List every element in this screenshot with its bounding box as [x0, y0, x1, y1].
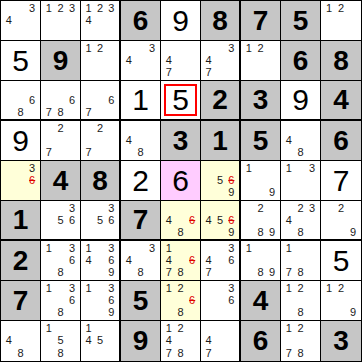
candidate-3: 3: [66, 242, 78, 254]
candidate-5: 5: [214, 214, 225, 226]
cell-r5c9[interactable]: 7: [321, 161, 361, 201]
candidate-6: 6: [106, 94, 117, 106]
given-digit: 3: [321, 321, 361, 361]
candidate-7: 7: [203, 267, 214, 279]
eliminated-candidate-6: 6: [186, 214, 198, 226]
cell-r3c1[interactable]: 68: [1, 81, 41, 121]
cell-r7c6[interactable]: 3467: [201, 241, 241, 281]
candidate-5: 5: [214, 174, 225, 186]
candidate-3: 3: [106, 202, 117, 214]
cell-r4c2[interactable]: 27: [41, 121, 81, 161]
pencil-marks: 48: [1, 321, 40, 361]
cell-r7c8[interactable]: 178: [281, 241, 321, 281]
candidate-1: 1: [83, 2, 94, 14]
cell-r5c1[interactable]: 36: [1, 161, 41, 201]
solved-digit: 9: [1, 121, 40, 160]
candidate-1: 1: [43, 2, 55, 14]
cell-r3c4[interactable]: 1: [121, 81, 161, 121]
candidate-3: 3: [106, 282, 117, 294]
pencil-marks: 3467: [201, 241, 239, 280]
candidate-4: 4: [203, 214, 214, 226]
candidate-1: 1: [43, 242, 55, 254]
pencil-marks: 12: [321, 1, 361, 40]
cell-r7c7[interactable]: 189: [241, 241, 281, 281]
pencil-marks: 47: [161, 41, 200, 80]
candidate-1: 1: [163, 242, 175, 254]
pencil-marks: 36: [1, 161, 40, 200]
pencil-marks: 48: [121, 121, 160, 160]
pencil-marks: 123: [41, 1, 80, 40]
candidate-8: 8: [55, 347, 67, 360]
candidate-8: 8: [295, 347, 307, 360]
candidate-2: 2: [94, 2, 105, 14]
cell-r1c4[interactable]: 6: [121, 1, 161, 41]
cell-r8c6[interactable]: 36: [201, 281, 241, 321]
cell-r3c3[interactable]: 67: [81, 81, 121, 121]
cell-r2c3[interactable]: 12: [81, 41, 121, 81]
cell-r6c3[interactable]: 356: [81, 201, 121, 241]
pencil-marks: 27: [81, 121, 119, 160]
cell-r5c4[interactable]: 2: [121, 161, 161, 201]
given-digit: 8: [321, 41, 361, 80]
candidate-5: 5: [55, 214, 67, 226]
cell-r6c1[interactable]: 1: [1, 201, 41, 241]
pencil-marks: 678: [41, 81, 80, 119]
candidate-1: 1: [243, 162, 255, 174]
cell-r3c2[interactable]: 678: [41, 81, 81, 121]
pencil-marks: 348: [121, 241, 160, 280]
candidate-7: 7: [163, 267, 175, 279]
cell-r9c1[interactable]: 48: [1, 321, 41, 361]
candidate-1: 1: [243, 42, 255, 54]
pencil-marks: 34: [1, 1, 40, 40]
candidate-1: 1: [283, 242, 295, 254]
cell-r2c7[interactable]: 12: [241, 41, 281, 81]
cell-r9c3[interactable]: 145: [81, 321, 121, 361]
candidate-8: 8: [175, 267, 187, 279]
solved-digit: 2: [121, 161, 160, 200]
candidate-7: 7: [83, 147, 94, 159]
given-digit: 5: [121, 281, 160, 320]
pencil-marks: 13: [281, 161, 320, 200]
solved-digit: 9: [281, 81, 320, 119]
candidate-7: 7: [43, 106, 55, 118]
candidate-6: 6: [66, 214, 78, 226]
candidate-6: 6: [26, 94, 38, 106]
pencil-marks: 145: [81, 321, 119, 361]
solved-digit: 5: [161, 81, 200, 119]
pencil-marks: 14678: [161, 241, 200, 280]
cell-r7c2[interactable]: 1368: [41, 241, 81, 281]
candidate-9: 9: [266, 187, 278, 199]
cell-r8c8[interactable]: 128: [281, 281, 321, 321]
cell-r2c2[interactable]: 9: [41, 41, 81, 81]
candidate-7: 7: [203, 347, 214, 360]
pencil-marks: 12: [241, 41, 280, 80]
candidate-4: 4: [163, 254, 175, 266]
candidate-8: 8: [55, 106, 67, 118]
candidate-4: 4: [83, 254, 94, 266]
given-digit: 8: [201, 1, 239, 40]
candidate-4: 4: [163, 335, 175, 348]
candidate-6: 6: [66, 254, 78, 266]
cell-r5c3[interactable]: 8: [81, 161, 121, 201]
cell-r3c5[interactable]: 5: [161, 81, 201, 121]
pencil-marks: 68: [1, 81, 40, 119]
pencil-marks: 569: [201, 161, 239, 200]
cell-r5c6[interactable]: 569: [201, 161, 241, 201]
candidate-2: 2: [335, 282, 347, 294]
given-digit: 2: [1, 241, 40, 280]
candidate-2: 2: [295, 202, 307, 214]
cell-r2c6[interactable]: 347: [201, 41, 241, 81]
cell-r5c7[interactable]: 19: [241, 161, 281, 201]
candidate-1: 1: [283, 282, 295, 294]
cell-r5c5[interactable]: 6: [161, 161, 201, 201]
candidate-4: 4: [123, 54, 135, 66]
given-digit: 8: [81, 161, 119, 200]
eliminated-candidate-6: 6: [226, 174, 237, 186]
given-digit: 1: [201, 121, 239, 160]
cell-r4c8[interactable]: 48: [281, 121, 321, 161]
pencil-marks: 34: [121, 41, 160, 80]
candidate-6: 6: [226, 254, 237, 266]
candidate-5: 5: [94, 335, 105, 348]
pencil-marks: 158: [41, 321, 80, 361]
cell-r9c9[interactable]: 3: [321, 321, 361, 361]
cell-r1c5[interactable]: 9: [161, 1, 201, 41]
cell-r5c8[interactable]: 13: [281, 161, 321, 201]
cell-r5c2[interactable]: 4: [41, 161, 81, 201]
cell-r8c3[interactable]: 1369: [81, 281, 121, 321]
pencil-marks: 67: [81, 81, 119, 119]
candidate-6: 6: [106, 254, 117, 266]
candidate-8: 8: [295, 226, 307, 238]
cell-r6c8[interactable]: 2348: [281, 201, 321, 241]
candidate-1: 1: [83, 42, 94, 54]
cell-r7c5[interactable]: 14678: [161, 241, 201, 281]
candidate-3: 3: [226, 42, 237, 54]
solved-digit: 1: [121, 81, 160, 119]
cell-r7c4[interactable]: 348: [121, 241, 161, 281]
candidate-2: 2: [55, 122, 67, 134]
candidate-3: 3: [226, 282, 237, 294]
cell-r8c4[interactable]: 5: [121, 281, 161, 321]
candidate-1: 1: [83, 322, 94, 335]
cell-r4c7[interactable]: 5: [241, 121, 281, 161]
candidate-3: 3: [66, 202, 78, 214]
cell-r2c8[interactable]: 6: [281, 41, 321, 81]
cell-r2c9[interactable]: 8: [321, 41, 361, 81]
pencil-marks: 12478: [161, 321, 200, 361]
candidate-3: 3: [66, 2, 78, 14]
candidate-1: 1: [163, 282, 175, 294]
cell-r8c9[interactable]: 129: [321, 281, 361, 321]
candidate-8: 8: [15, 106, 27, 118]
candidate-7: 7: [203, 67, 214, 79]
candidate-9: 9: [226, 226, 237, 238]
given-digit: 7: [1, 281, 40, 320]
candidate-9: 9: [106, 307, 117, 319]
candidate-2: 2: [175, 322, 187, 335]
given-digit: 4: [41, 161, 80, 200]
candidate-3: 3: [106, 2, 117, 14]
pencil-marks: 1268: [161, 281, 200, 320]
candidate-7: 7: [163, 347, 175, 360]
cell-r7c3[interactable]: 13469: [81, 241, 121, 281]
given-digit: 3: [241, 81, 280, 119]
candidate-1: 1: [83, 242, 94, 254]
candidate-8: 8: [295, 267, 307, 279]
cell-r1c3[interactable]: 1234: [81, 1, 121, 41]
candidate-4: 4: [163, 214, 175, 226]
candidate-5: 5: [55, 335, 67, 348]
candidate-6: 6: [66, 94, 78, 106]
candidate-2: 2: [335, 2, 347, 14]
candidate-8: 8: [15, 347, 27, 360]
candidate-8: 8: [255, 226, 267, 238]
eliminated-candidate-6: 6: [26, 174, 38, 186]
given-digit: 7: [241, 1, 280, 40]
candidate-7: 7: [163, 67, 175, 79]
candidate-7: 7: [283, 347, 295, 360]
cell-r3c7[interactable]: 3: [241, 81, 281, 121]
cell-r3c8[interactable]: 9: [281, 81, 321, 121]
cell-r4c9[interactable]: 6: [321, 121, 361, 161]
pencil-marks: 129: [321, 281, 361, 320]
pencil-marks: 19: [241, 161, 280, 200]
candidate-8: 8: [295, 147, 307, 159]
candidate-4: 4: [123, 254, 135, 266]
candidate-2: 2: [175, 282, 187, 294]
cell-r6c6[interactable]: 4569: [201, 201, 241, 241]
candidate-3: 3: [306, 162, 318, 174]
pencil-marks: 12: [81, 41, 119, 80]
candidate-9: 9: [106, 267, 117, 279]
given-digit: 3: [161, 121, 200, 160]
pencil-marks: 27: [41, 121, 80, 160]
candidate-8: 8: [55, 267, 67, 279]
candidate-5: 5: [94, 214, 105, 226]
candidate-1: 1: [83, 282, 94, 294]
cell-r3c6[interactable]: 2: [201, 81, 241, 121]
candidate-4: 4: [163, 54, 175, 66]
candidate-6: 6: [106, 294, 117, 306]
candidate-4: 4: [283, 134, 295, 146]
cell-r4c6[interactable]: 1: [201, 121, 241, 161]
cell-r9c5[interactable]: 12478: [161, 321, 201, 361]
sudoku-board: 3412312346987512591234473471268686786715…: [0, 0, 362, 362]
cell-r8c7[interactable]: 4: [241, 281, 281, 321]
candidate-1: 1: [283, 322, 295, 335]
candidate-9: 9: [347, 226, 359, 238]
cell-r9c8[interactable]: 1278: [281, 321, 321, 361]
candidate-1: 1: [243, 242, 255, 254]
cell-r1c1[interactable]: 34: [1, 1, 41, 41]
candidate-6: 6: [106, 214, 117, 226]
pencil-marks: 178: [281, 241, 320, 280]
pencil-marks: 128: [281, 281, 320, 320]
candidate-9: 9: [266, 226, 278, 238]
candidate-3: 3: [66, 282, 78, 294]
given-digit: 6: [281, 41, 320, 80]
cell-r8c2[interactable]: 1368: [41, 281, 81, 321]
pencil-marks: 4569: [201, 201, 239, 239]
candidate-8: 8: [135, 147, 147, 159]
candidate-4: 4: [203, 335, 214, 348]
candidate-3: 3: [26, 2, 38, 14]
given-digit: 6: [241, 321, 280, 361]
pencil-marks: 356: [81, 201, 119, 239]
candidate-4: 4: [203, 54, 214, 66]
pencil-marks: 1368: [41, 281, 80, 320]
given-digit: 2: [201, 81, 239, 119]
cell-r9c7[interactable]: 6: [241, 321, 281, 361]
candidate-1: 1: [43, 322, 55, 335]
cell-r9c4[interactable]: 9: [121, 321, 161, 361]
pencil-marks: 2348: [281, 201, 320, 239]
candidate-8: 8: [175, 347, 187, 360]
solved-digit: 5: [321, 241, 361, 280]
candidate-9: 9: [226, 187, 237, 199]
candidate-3: 3: [306, 202, 318, 214]
cell-r9c2[interactable]: 158: [41, 321, 81, 361]
given-digit: 5: [281, 1, 320, 40]
pencil-marks: 29: [321, 201, 361, 239]
candidate-3: 3: [146, 42, 158, 54]
candidate-2: 2: [94, 122, 105, 134]
candidate-4: 4: [3, 14, 15, 26]
candidate-2: 2: [94, 42, 105, 54]
candidate-1: 1: [323, 2, 335, 14]
eliminated-candidate-6: 6: [226, 214, 237, 226]
cell-r4c1[interactable]: 9: [1, 121, 41, 161]
cell-r2c5[interactable]: 47: [161, 41, 201, 81]
cell-r2c4[interactable]: 34: [121, 41, 161, 81]
candidate-1: 1: [43, 282, 55, 294]
solved-digit: 7: [321, 161, 361, 200]
cell-r1c6[interactable]: 8: [201, 1, 241, 41]
cell-r6c5[interactable]: 468: [161, 201, 201, 241]
candidate-1: 1: [163, 322, 175, 335]
candidate-4: 4: [203, 254, 214, 266]
candidate-1: 1: [323, 282, 335, 294]
candidate-8: 8: [295, 307, 307, 319]
cell-r6c9[interactable]: 29: [321, 201, 361, 241]
candidate-7: 7: [43, 147, 55, 159]
solved-digit: 5: [1, 41, 40, 80]
candidate-4: 4: [283, 214, 295, 226]
candidate-9: 9: [266, 267, 278, 279]
pencil-marks: 13469: [81, 241, 119, 280]
given-digit: 9: [121, 321, 160, 361]
candidate-4: 4: [83, 335, 94, 348]
cell-r8c5[interactable]: 1268: [161, 281, 201, 321]
cell-r2c1[interactable]: 5: [1, 41, 41, 81]
eliminated-candidate-6: 6: [186, 254, 198, 266]
candidate-7: 7: [83, 106, 94, 118]
pencil-marks: 1369: [81, 281, 119, 320]
candidate-2: 2: [295, 282, 307, 294]
cell-r7c1[interactable]: 2: [1, 241, 41, 281]
candidate-4: 4: [83, 14, 94, 26]
pencil-marks: 356: [41, 201, 80, 239]
candidate-6: 6: [66, 294, 78, 306]
eliminated-candidate-6: 6: [186, 294, 198, 306]
candidate-3: 3: [226, 242, 237, 254]
candidate-7: 7: [283, 267, 295, 279]
candidate-8: 8: [175, 307, 187, 319]
cell-r4c5[interactable]: 3: [161, 121, 201, 161]
candidate-8: 8: [255, 267, 267, 279]
cell-r1c2[interactable]: 123: [41, 1, 81, 41]
cell-r1c9[interactable]: 12: [321, 1, 361, 41]
solved-digit: 6: [161, 161, 200, 200]
candidate-9: 9: [347, 307, 359, 319]
candidate-8: 8: [135, 267, 147, 279]
candidate-6: 6: [226, 294, 237, 306]
given-digit: 4: [321, 81, 361, 119]
candidate-2: 2: [55, 2, 67, 14]
pencil-marks: 189: [241, 241, 280, 280]
solved-digit: 9: [161, 1, 200, 40]
pencil-marks: 48: [281, 121, 320, 160]
cell-r6c2[interactable]: 356: [41, 201, 81, 241]
cell-r9c6[interactable]: 47: [201, 321, 241, 361]
candidate-1: 1: [283, 162, 295, 174]
pencil-marks: 36: [201, 281, 239, 320]
candidate-3: 3: [26, 162, 38, 174]
candidate-3: 3: [106, 242, 117, 254]
given-digit: 6: [121, 1, 160, 40]
cell-r1c8[interactable]: 5: [281, 1, 321, 41]
cell-r4c3[interactable]: 27: [81, 121, 121, 161]
candidate-8: 8: [175, 226, 187, 238]
cell-r6c4[interactable]: 7: [121, 201, 161, 241]
pencil-marks: 47: [201, 321, 239, 361]
pencil-marks: 1234: [81, 1, 119, 40]
pencil-marks: 1278: [281, 321, 320, 361]
cell-r7c9[interactable]: 5: [321, 241, 361, 281]
given-digit: 1: [1, 201, 40, 239]
given-digit: 6: [321, 121, 361, 160]
pencil-marks: 468: [161, 201, 200, 239]
candidate-2: 2: [335, 202, 347, 214]
given-digit: 9: [41, 41, 80, 80]
cell-r6c7[interactable]: 289: [241, 201, 281, 241]
given-digit: 5: [241, 121, 280, 160]
cell-r4c4[interactable]: 48: [121, 121, 161, 161]
cell-r1c7[interactable]: 7: [241, 1, 281, 41]
candidate-2: 2: [295, 322, 307, 335]
cell-r8c1[interactable]: 7: [1, 281, 41, 321]
pencil-marks: 1368: [41, 241, 80, 280]
pencil-marks: 289: [241, 201, 280, 239]
pencil-marks: 347: [201, 41, 239, 80]
given-digit: 7: [121, 201, 160, 239]
given-digit: 4: [241, 281, 280, 320]
candidate-8: 8: [55, 307, 67, 319]
candidate-4: 4: [123, 134, 135, 146]
candidate-2: 2: [255, 202, 267, 214]
candidate-4: 4: [3, 335, 15, 348]
candidate-3: 3: [146, 242, 158, 254]
candidate-2: 2: [255, 42, 267, 54]
cell-r3c9[interactable]: 4: [321, 81, 361, 121]
